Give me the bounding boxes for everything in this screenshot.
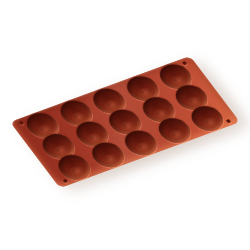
vent-hole-4 [62, 179, 68, 184]
vent-hole-2 [182, 61, 188, 66]
vent-hole-3 [225, 119, 231, 124]
cavity-grid [10, 56, 190, 122]
vent-hole-1 [18, 121, 24, 126]
product-photo [0, 0, 250, 250]
